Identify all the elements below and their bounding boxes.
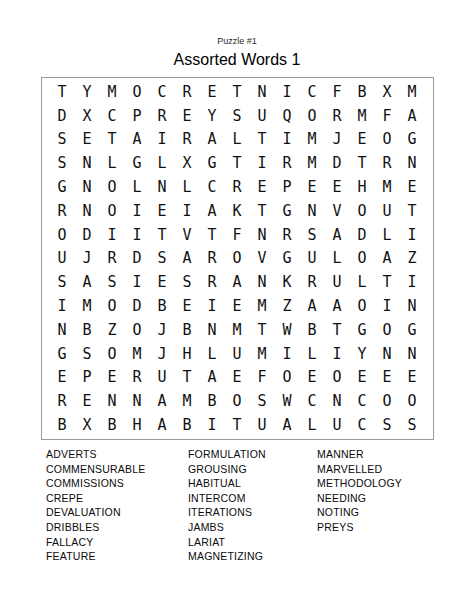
grid-cell-r7c9: N xyxy=(250,223,275,247)
grid-cell-r2c9: U xyxy=(250,104,275,128)
grid-cell-r10c12: A xyxy=(325,294,350,318)
grid-cell-r6c13: O xyxy=(350,199,375,223)
grid-cell-r8c6: A xyxy=(175,247,200,271)
grid-cell-r9c6: S xyxy=(175,270,200,294)
word-list-item: INTERCOM xyxy=(188,491,317,506)
grid-cell-r8c7: R xyxy=(200,247,225,271)
grid-cell-r2c4: P xyxy=(125,104,150,128)
grid-cell-r7c4: I xyxy=(125,223,150,247)
grid-cell-r13c5: U xyxy=(150,366,175,390)
grid-cell-r5c13: H xyxy=(350,175,375,199)
grid-cell-r12c9: M xyxy=(250,342,275,366)
grid-cell-r3c2: E xyxy=(75,128,100,152)
grid-cell-r15c11: L xyxy=(300,413,325,437)
grid-cell-r3c12: J xyxy=(325,128,350,152)
grid-cell-r14c4: N xyxy=(125,389,150,413)
grid-cell-r5c5: N xyxy=(150,175,175,199)
grid-cell-r6c1: R xyxy=(50,199,75,223)
grid-cell-r9c12: U xyxy=(325,270,350,294)
grid-cell-r4c7: G xyxy=(200,151,225,175)
grid-cell-r5c6: L xyxy=(175,175,200,199)
grid-cell-r2c12: R xyxy=(325,104,350,128)
grid-cell-r5c9: E xyxy=(250,175,275,199)
grid-cell-r2c2: X xyxy=(75,104,100,128)
grid-cell-r5c2: N xyxy=(75,175,100,199)
grid-cell-r15c5: A xyxy=(150,413,175,437)
grid-cell-r12c6: H xyxy=(175,342,200,366)
grid-cell-r1c3: M xyxy=(100,80,125,104)
grid-cell-r14c7: B xyxy=(200,389,225,413)
grid-cell-r9c4: I xyxy=(125,270,150,294)
grid-cell-r13c15: E xyxy=(400,366,425,390)
word-list: ADVERTSCOMMENSURABLECOMMISSIONSCREPEDEVA… xyxy=(46,447,474,564)
grid-cell-r4c12: D xyxy=(325,151,350,175)
grid-cell-r1c14: X xyxy=(375,80,400,104)
grid-cell-r11c1: N xyxy=(50,318,75,342)
word-search-grid-frame: TYMOCRETNICFBXMDXCPREYSUQORMFASETAIRALTI… xyxy=(41,77,434,440)
grid-cell-r11c12: T xyxy=(325,318,350,342)
grid-cell-r8c14: A xyxy=(375,247,400,271)
grid-cell-r2c11: O xyxy=(300,104,325,128)
grid-cell-r7c11: S xyxy=(300,223,325,247)
grid-cell-r9c7: R xyxy=(200,270,225,294)
grid-cell-r15c13: C xyxy=(350,413,375,437)
grid-cell-r12c8: U xyxy=(225,342,250,366)
grid-cell-r14c13: C xyxy=(350,389,375,413)
grid-cell-r1c1: T xyxy=(50,80,75,104)
grid-cell-r5c3: O xyxy=(100,175,125,199)
word-list-item: ADVERTS xyxy=(46,447,188,462)
grid-cell-r15c10: A xyxy=(275,413,300,437)
grid-cell-r13c9: F xyxy=(250,366,275,390)
grid-cell-r3c9: T xyxy=(250,128,275,152)
grid-cell-r2c5: R xyxy=(150,104,175,128)
grid-cell-r5c14: M xyxy=(375,175,400,199)
grid-cell-r2c7: Y xyxy=(200,104,225,128)
grid-cell-r10c4: D xyxy=(125,294,150,318)
word-list-item: FEATURE xyxy=(46,549,188,564)
grid-cell-r9c11: R xyxy=(300,270,325,294)
puzzle-number: Puzzle #1 xyxy=(0,0,474,47)
grid-cell-r8c4: D xyxy=(125,247,150,271)
grid-cell-r12c4: M xyxy=(125,342,150,366)
word-list-item: MANNER xyxy=(317,447,474,462)
grid-cell-r14c5: A xyxy=(150,389,175,413)
grid-cell-r9c15: I xyxy=(400,270,425,294)
grid-cell-r6c12: V xyxy=(325,199,350,223)
grid-cell-r9c1: S xyxy=(50,270,75,294)
word-list-item: DEVALUATION xyxy=(46,505,188,520)
grid-cell-r15c4: H xyxy=(125,413,150,437)
grid-cell-r3c7: A xyxy=(200,128,225,152)
word-list-item: HABITUAL xyxy=(188,476,317,491)
grid-cell-r8c3: R xyxy=(100,247,125,271)
grid-cell-r2c3: C xyxy=(100,104,125,128)
grid-cell-r8c8: O xyxy=(225,247,250,271)
grid-cell-r7c1: O xyxy=(50,223,75,247)
grid-cell-r4c11: M xyxy=(300,151,325,175)
grid-cell-r3c8: L xyxy=(225,128,250,152)
grid-cell-r3c3: T xyxy=(100,128,125,152)
grid-cell-r9c3: S xyxy=(100,270,125,294)
word-list-item: GROUSING xyxy=(188,462,317,477)
grid-cell-r1c5: C xyxy=(150,80,175,104)
grid-cell-r5c15: E xyxy=(400,175,425,199)
grid-cell-r15c15: S xyxy=(400,413,425,437)
grid-cell-r9c13: L xyxy=(350,270,375,294)
grid-cell-r8c15: Z xyxy=(400,247,425,271)
grid-cell-r11c6: B xyxy=(175,318,200,342)
puzzle-page: Puzzle #1 Assorted Words 1 TYMOCRETNICFB… xyxy=(0,0,474,564)
grid-cell-r10c13: O xyxy=(350,294,375,318)
word-list-item: MARVELLED xyxy=(317,462,474,477)
grid-cell-r6c11: N xyxy=(300,199,325,223)
grid-cell-r1c9: N xyxy=(250,80,275,104)
grid-cell-r13c13: E xyxy=(350,366,375,390)
word-list-item: FORMULATION xyxy=(188,447,317,462)
grid-cell-r3c10: I xyxy=(275,128,300,152)
grid-cell-r4c2: N xyxy=(75,151,100,175)
grid-cell-r13c1: E xyxy=(50,366,75,390)
grid-cell-r3c15: G xyxy=(400,128,425,152)
grid-cell-r2c10: Q xyxy=(275,104,300,128)
word-list-item: MAGNETIZING xyxy=(188,549,317,564)
grid-cell-r4c5: L xyxy=(150,151,175,175)
grid-cell-r3c11: M xyxy=(300,128,325,152)
grid-cell-r4c10: R xyxy=(275,151,300,175)
grid-cell-r8c13: O xyxy=(350,247,375,271)
grid-cell-r4c13: T xyxy=(350,151,375,175)
grid-cell-r4c8: T xyxy=(225,151,250,175)
grid-cell-r11c8: M xyxy=(225,318,250,342)
grid-cell-r15c9: U xyxy=(250,413,275,437)
word-list-item: CREPE xyxy=(46,491,188,506)
grid-cell-r6c9: T xyxy=(250,199,275,223)
grid-cell-r11c4: O xyxy=(125,318,150,342)
word-list-item: ITERATIONS xyxy=(188,505,317,520)
grid-cell-r12c13: Y xyxy=(350,342,375,366)
grid-cell-r15c1: B xyxy=(50,413,75,437)
grid-cell-r8c11: U xyxy=(300,247,325,271)
grid-cell-r8c10: G xyxy=(275,247,300,271)
grid-cell-r12c15: N xyxy=(400,342,425,366)
grid-cell-r2c6: E xyxy=(175,104,200,128)
grid-cell-r14c12: N xyxy=(325,389,350,413)
grid-cell-r15c7: I xyxy=(200,413,225,437)
grid-cell-r1c15: M xyxy=(400,80,425,104)
grid-cell-r6c14: U xyxy=(375,199,400,223)
grid-cell-r1c6: R xyxy=(175,80,200,104)
grid-cell-r10c1: I xyxy=(50,294,75,318)
word-list-item: NEEDING xyxy=(317,491,474,506)
grid-cell-r6c8: K xyxy=(225,199,250,223)
grid-cell-r7c14: L xyxy=(375,223,400,247)
grid-cell-r7c6: V xyxy=(175,223,200,247)
grid-cell-r14c6: M xyxy=(175,389,200,413)
grid-cell-r11c2: B xyxy=(75,318,100,342)
word-list-item: PREYS xyxy=(317,520,474,535)
grid-cell-r13c10: O xyxy=(275,366,300,390)
grid-cell-r13c8: E xyxy=(225,366,250,390)
grid-cell-r5c11: E xyxy=(300,175,325,199)
grid-cell-r14c10: W xyxy=(275,389,300,413)
grid-cell-r13c2: P xyxy=(75,366,100,390)
grid-cell-r6c3: O xyxy=(100,199,125,223)
grid-cell-r7c7: T xyxy=(200,223,225,247)
grid-cell-r14c9: S xyxy=(250,389,275,413)
grid-cell-r2c14: F xyxy=(375,104,400,128)
grid-cell-r4c6: X xyxy=(175,151,200,175)
grid-cell-r14c3: N xyxy=(100,389,125,413)
grid-cell-r10c2: M xyxy=(75,294,100,318)
grid-cell-r5c1: G xyxy=(50,175,75,199)
grid-cell-r10c5: B xyxy=(150,294,175,318)
grid-cell-r6c4: I xyxy=(125,199,150,223)
grid-cell-r2c13: M xyxy=(350,104,375,128)
grid-cell-r14c14: O xyxy=(375,389,400,413)
grid-cell-r12c12: I xyxy=(325,342,350,366)
grid-cell-r13c4: R xyxy=(125,366,150,390)
word-list-item: FALLACY xyxy=(46,535,188,550)
grid-cell-r1c11: C xyxy=(300,80,325,104)
grid-cell-r3c14: O xyxy=(375,128,400,152)
grid-cell-r5c12: E xyxy=(325,175,350,199)
grid-cell-r13c6: T xyxy=(175,366,200,390)
grid-cell-r7c3: I xyxy=(100,223,125,247)
grid-cell-r15c2: X xyxy=(75,413,100,437)
grid-cell-r11c7: N xyxy=(200,318,225,342)
grid-cell-r12c14: N xyxy=(375,342,400,366)
grid-cell-r12c2: S xyxy=(75,342,100,366)
grid-cell-r13c3: E xyxy=(100,366,125,390)
word-list-item: LARIAT xyxy=(188,535,317,550)
grid-cell-r1c13: B xyxy=(350,80,375,104)
word-list-item: COMMISSIONS xyxy=(46,476,188,491)
grid-cell-r1c2: Y xyxy=(75,80,100,104)
word-list-item: JAMBS xyxy=(188,520,317,535)
word-list-column-2: FORMULATIONGROUSINGHABITUALINTERCOMITERA… xyxy=(188,447,317,564)
grid-cell-r11c5: J xyxy=(150,318,175,342)
grid-cell-r10c6: E xyxy=(175,294,200,318)
grid-cell-r4c1: S xyxy=(50,151,75,175)
grid-cell-r11c15: G xyxy=(400,318,425,342)
grid-cell-r11c11: B xyxy=(300,318,325,342)
word-list-item: COMMENSURABLE xyxy=(46,462,188,477)
grid-cell-r12c7: L xyxy=(200,342,225,366)
grid-cell-r8c2: J xyxy=(75,247,100,271)
grid-cell-r14c1: R xyxy=(50,389,75,413)
grid-cell-r6c5: E xyxy=(150,199,175,223)
grid-cell-r10c3: O xyxy=(100,294,125,318)
grid-cell-r12c11: L xyxy=(300,342,325,366)
grid-cell-r9c5: E xyxy=(150,270,175,294)
grid-cell-r15c3: B xyxy=(100,413,125,437)
grid-cell-r3c5: I xyxy=(150,128,175,152)
grid-cell-r13c7: A xyxy=(200,366,225,390)
grid-cell-r15c6: B xyxy=(175,413,200,437)
grid-cell-r6c7: A xyxy=(200,199,225,223)
grid-cell-r9c14: T xyxy=(375,270,400,294)
grid-cell-r10c15: N xyxy=(400,294,425,318)
word-list-item: DRIBBLES xyxy=(46,520,188,535)
grid-cell-r4c3: L xyxy=(100,151,125,175)
grid-cell-r11c10: W xyxy=(275,318,300,342)
grid-cell-r2c15: A xyxy=(400,104,425,128)
grid-cell-r6c15: T xyxy=(400,199,425,223)
grid-cell-r11c13: G xyxy=(350,318,375,342)
grid-cell-r11c14: O xyxy=(375,318,400,342)
grid-cell-r13c14: E xyxy=(375,366,400,390)
grid-cell-r9c10: K xyxy=(275,270,300,294)
grid-cell-r7c13: D xyxy=(350,223,375,247)
grid-cell-r3c6: R xyxy=(175,128,200,152)
grid-cell-r12c5: J xyxy=(150,342,175,366)
grid-cell-r15c8: T xyxy=(225,413,250,437)
grid-cell-r1c12: F xyxy=(325,80,350,104)
grid-cell-r2c8: S xyxy=(225,104,250,128)
grid-cell-r14c8: O xyxy=(225,389,250,413)
grid-cell-r10c14: I xyxy=(375,294,400,318)
grid-cell-r15c14: S xyxy=(375,413,400,437)
grid-cell-r1c10: I xyxy=(275,80,300,104)
grid-cell-r10c10: Z xyxy=(275,294,300,318)
grid-cell-r8c1: U xyxy=(50,247,75,271)
grid-cell-r7c5: T xyxy=(150,223,175,247)
grid-cell-r14c15: O xyxy=(400,389,425,413)
grid-cell-r1c8: T xyxy=(225,80,250,104)
grid-cell-r10c8: E xyxy=(225,294,250,318)
grid-cell-r3c4: A xyxy=(125,128,150,152)
grid-cell-r6c10: G xyxy=(275,199,300,223)
grid-cell-r5c8: R xyxy=(225,175,250,199)
grid-cell-r12c3: O xyxy=(100,342,125,366)
grid-cell-r7c12: A xyxy=(325,223,350,247)
grid-cell-r11c3: Z xyxy=(100,318,125,342)
grid-cell-r7c2: D xyxy=(75,223,100,247)
grid-cell-r5c7: C xyxy=(200,175,225,199)
grid-cell-r7c10: R xyxy=(275,223,300,247)
word-list-column-3: MANNERMARVELLEDMETHODOLOGYNEEDINGNOTINGP… xyxy=(317,447,474,564)
grid-cell-r3c1: S xyxy=(50,128,75,152)
grid-cell-r1c7: E xyxy=(200,80,225,104)
grid-cell-r10c9: M xyxy=(250,294,275,318)
grid-cell-r13c12: O xyxy=(325,366,350,390)
grid-cell-r3c13: E xyxy=(350,128,375,152)
grid-cell-r14c11: C xyxy=(300,389,325,413)
grid-cell-r8c12: L xyxy=(325,247,350,271)
grid-cell-r2c1: D xyxy=(50,104,75,128)
grid-cell-r9c2: A xyxy=(75,270,100,294)
grid-cell-r5c4: L xyxy=(125,175,150,199)
grid-cell-r13c11: E xyxy=(300,366,325,390)
grid-cell-r6c2: N xyxy=(75,199,100,223)
grid-cell-r12c1: G xyxy=(50,342,75,366)
grid-cell-r4c14: R xyxy=(375,151,400,175)
grid-cell-r1c4: O xyxy=(125,80,150,104)
word-list-item: NOTING xyxy=(317,505,474,520)
grid-cell-r7c8: F xyxy=(225,223,250,247)
grid-cell-r4c15: N xyxy=(400,151,425,175)
grid-cell-r15c12: U xyxy=(325,413,350,437)
grid-cell-r4c4: G xyxy=(125,151,150,175)
grid-cell-r10c11: A xyxy=(300,294,325,318)
grid-cell-r8c9: V xyxy=(250,247,275,271)
grid-cell-r9c9: N xyxy=(250,270,275,294)
word-search-grid: TYMOCRETNICFBXMDXCPREYSUQORMFASETAIRALTI… xyxy=(50,80,425,437)
word-list-column-1: ADVERTSCOMMENSURABLECOMMISSIONSCREPEDEVA… xyxy=(46,447,188,564)
grid-cell-r8c5: S xyxy=(150,247,175,271)
grid-cell-r9c8: A xyxy=(225,270,250,294)
grid-cell-r4c9: I xyxy=(250,151,275,175)
grid-cell-r10c7: I xyxy=(200,294,225,318)
grid-cell-r5c10: P xyxy=(275,175,300,199)
grid-cell-r14c2: E xyxy=(75,389,100,413)
grid-cell-r12c10: I xyxy=(275,342,300,366)
page-title: Assorted Words 1 xyxy=(0,50,474,69)
grid-cell-r7c15: I xyxy=(400,223,425,247)
grid-cell-r11c9: T xyxy=(250,318,275,342)
word-list-item: METHODOLOGY xyxy=(317,476,474,491)
grid-cell-r6c6: I xyxy=(175,199,200,223)
